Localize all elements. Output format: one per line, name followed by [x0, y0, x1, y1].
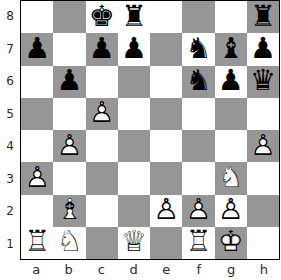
rank-label-8: 8: [0, 0, 20, 33]
square-d7[interactable]: ♟: [118, 33, 150, 65]
square-d8[interactable]: ♜: [118, 1, 150, 33]
piece-white-queen-d1[interactable]: ♛♕: [118, 227, 150, 259]
piece-black-pawn-b6[interactable]: ♟: [53, 66, 85, 98]
square-h4[interactable]: ♟♙: [247, 130, 279, 162]
square-a8[interactable]: [21, 1, 53, 33]
square-c3[interactable]: [86, 162, 118, 194]
square-b5[interactable]: [53, 98, 85, 130]
square-h7[interactable]: ♟: [247, 33, 279, 65]
square-b3[interactable]: [53, 162, 85, 194]
piece-black-king-c8[interactable]: ♚: [86, 1, 118, 33]
square-c1[interactable]: [86, 227, 118, 259]
square-d6[interactable]: [118, 66, 150, 98]
square-g8[interactable]: [215, 1, 247, 33]
rank-label-3: 3: [0, 163, 20, 196]
square-h5[interactable]: [247, 98, 279, 130]
square-g6[interactable]: ♟: [215, 66, 247, 98]
square-a1[interactable]: ♜♖: [21, 227, 53, 259]
piece-white-knight-g3[interactable]: ♞♘: [215, 162, 247, 194]
file-label-h: h: [248, 260, 281, 280]
file-label-a: a: [20, 260, 53, 280]
square-d4[interactable]: [118, 130, 150, 162]
file-label-e: e: [150, 260, 183, 280]
square-a7[interactable]: ♟: [21, 33, 53, 65]
piece-black-pawn-d7[interactable]: ♟: [118, 33, 150, 65]
piece-black-bishop-g7[interactable]: ♝: [215, 33, 247, 65]
square-h8[interactable]: ♜: [247, 1, 279, 33]
piece-white-pawn-a3[interactable]: ♟♙: [21, 162, 53, 194]
square-g4[interactable]: [215, 130, 247, 162]
file-label-g: g: [215, 260, 248, 280]
piece-white-bishop-b2[interactable]: ♝♗: [53, 195, 85, 227]
square-e2[interactable]: ♟♙: [150, 195, 182, 227]
piece-black-pawn-c7[interactable]: ♟: [86, 33, 118, 65]
rank-label-6: 6: [0, 65, 20, 98]
square-h1[interactable]: [247, 227, 279, 259]
square-f1[interactable]: ♜♖: [182, 227, 214, 259]
square-a6[interactable]: [21, 66, 53, 98]
piece-white-pawn-b4[interactable]: ♟♙: [53, 130, 85, 162]
square-h6[interactable]: ♛: [247, 66, 279, 98]
square-f3[interactable]: [182, 162, 214, 194]
square-b4[interactable]: ♟♙: [53, 130, 85, 162]
square-c8[interactable]: ♚: [86, 1, 118, 33]
rank-label-5: 5: [0, 98, 20, 131]
square-b8[interactable]: [53, 1, 85, 33]
square-f7[interactable]: ♞: [182, 33, 214, 65]
square-e6[interactable]: [150, 66, 182, 98]
piece-black-queen-h6[interactable]: ♛: [247, 66, 279, 98]
piece-white-knight-b1[interactable]: ♞♘: [53, 227, 85, 259]
square-f8[interactable]: [182, 1, 214, 33]
rank-labels: 87654321: [0, 0, 20, 260]
square-d2[interactable]: [118, 195, 150, 227]
square-f4[interactable]: [182, 130, 214, 162]
square-d3[interactable]: [118, 162, 150, 194]
square-d1[interactable]: ♛♕: [118, 227, 150, 259]
square-a2[interactable]: [21, 195, 53, 227]
rank-label-1: 1: [0, 228, 20, 261]
square-e1[interactable]: [150, 227, 182, 259]
square-g1[interactable]: ♚♔: [215, 227, 247, 259]
square-a3[interactable]: ♟♙: [21, 162, 53, 194]
square-e4[interactable]: [150, 130, 182, 162]
piece-black-rook-h8[interactable]: ♜: [247, 1, 279, 33]
square-c4[interactable]: [86, 130, 118, 162]
square-g2[interactable]: ♟♙: [215, 195, 247, 227]
file-label-b: b: [53, 260, 86, 280]
square-c6[interactable]: [86, 66, 118, 98]
square-h3[interactable]: [247, 162, 279, 194]
square-e8[interactable]: [150, 1, 182, 33]
square-c2[interactable]: [86, 195, 118, 227]
piece-white-rook-a1[interactable]: ♜♖: [21, 227, 53, 259]
square-a5[interactable]: [21, 98, 53, 130]
chess-board[interactable]: ♚♜♜♟♟♟♞♝♟♟♞♟♛♟♙♟♙♟♙♟♙♞♘♝♗♟♙♟♙♟♙♜♖♞♘♛♕♜♖♚…: [20, 0, 280, 260]
piece-black-pawn-a7[interactable]: ♟: [21, 33, 53, 65]
piece-white-rook-f1[interactable]: ♜♖: [182, 227, 214, 259]
square-h2[interactable]: [247, 195, 279, 227]
piece-white-pawn-e2[interactable]: ♟♙: [150, 195, 182, 227]
square-b1[interactable]: ♞♘: [53, 227, 85, 259]
square-d5[interactable]: [118, 98, 150, 130]
piece-white-pawn-h4[interactable]: ♟♙: [247, 130, 279, 162]
square-b2[interactable]: ♝♗: [53, 195, 85, 227]
rank-label-4: 4: [0, 130, 20, 163]
file-label-d: d: [118, 260, 151, 280]
square-e5[interactable]: [150, 98, 182, 130]
file-labels: abcdefgh: [20, 260, 280, 280]
piece-white-pawn-c5[interactable]: ♟♙: [86, 98, 118, 130]
square-f5[interactable]: [182, 98, 214, 130]
square-c7[interactable]: ♟: [86, 33, 118, 65]
square-g5[interactable]: [215, 98, 247, 130]
square-a4[interactable]: [21, 130, 53, 162]
square-b7[interactable]: [53, 33, 85, 65]
square-b6[interactable]: ♟: [53, 66, 85, 98]
piece-white-king-g1[interactable]: ♚♔: [215, 227, 247, 259]
piece-black-knight-f6[interactable]: ♞: [182, 66, 214, 98]
chess-diagram: 87654321 ♚♜♜♟♟♟♞♝♟♟♞♟♛♟♙♟♙♟♙♟♙♞♘♝♗♟♙♟♙♟♙…: [0, 0, 280, 280]
piece-white-pawn-g2[interactable]: ♟♙: [215, 195, 247, 227]
square-e7[interactable]: [150, 33, 182, 65]
rank-label-2: 2: [0, 195, 20, 228]
piece-white-pawn-f2[interactable]: ♟♙: [182, 195, 214, 227]
piece-black-rook-d8[interactable]: ♜: [118, 1, 150, 33]
square-f2[interactable]: ♟♙: [182, 195, 214, 227]
rank-label-7: 7: [0, 33, 20, 66]
square-f6[interactable]: ♞: [182, 66, 214, 98]
piece-black-pawn-h7[interactable]: ♟: [247, 33, 279, 65]
file-label-c: c: [85, 260, 118, 280]
piece-black-pawn-g6[interactable]: ♟: [215, 66, 247, 98]
file-label-f: f: [183, 260, 216, 280]
square-g3[interactable]: ♞♘: [215, 162, 247, 194]
square-g7[interactable]: ♝: [215, 33, 247, 65]
square-e3[interactable]: [150, 162, 182, 194]
piece-black-knight-f7[interactable]: ♞: [182, 33, 214, 65]
square-c5[interactable]: ♟♙: [86, 98, 118, 130]
